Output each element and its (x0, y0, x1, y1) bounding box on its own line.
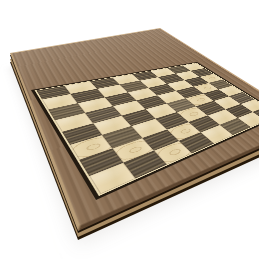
photo-canvas (0, 0, 259, 259)
chess-board (0, 0, 259, 259)
